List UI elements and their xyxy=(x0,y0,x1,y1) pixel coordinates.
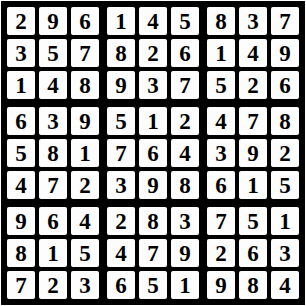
cell-r2c8: 4 xyxy=(239,39,267,67)
cell-r8c6: 9 xyxy=(171,239,199,267)
cell-r8c1: 8 xyxy=(7,239,35,267)
cell-r7c7: 7 xyxy=(207,207,235,235)
cell-r5c6: 4 xyxy=(171,139,199,167)
cell-r4c7: 4 xyxy=(207,107,235,135)
cell-r2c5: 2 xyxy=(139,39,167,67)
cell-r6c4: 3 xyxy=(107,171,135,199)
cell-r9c1: 7 xyxy=(7,271,35,299)
cell-r4c8: 7 xyxy=(239,107,267,135)
cell-r1c9: 7 xyxy=(271,7,299,35)
cell-r3c1: 1 xyxy=(7,71,35,99)
cell-r8c5: 7 xyxy=(139,239,167,267)
cell-r5c4: 7 xyxy=(107,139,135,167)
cell-r5c9: 2 xyxy=(271,139,299,167)
cell-r4c6: 2 xyxy=(171,107,199,135)
cell-r5c1: 5 xyxy=(7,139,35,167)
cell-r9c2: 2 xyxy=(39,271,67,299)
cell-r9c8: 8 xyxy=(239,271,267,299)
cell-r4c2: 3 xyxy=(39,107,67,135)
cell-r4c3: 9 xyxy=(71,107,99,135)
cell-r3c4: 9 xyxy=(107,71,135,99)
cell-r9c4: 6 xyxy=(107,271,135,299)
cell-r5c2: 8 xyxy=(39,139,67,167)
cell-r3c8: 2 xyxy=(239,71,267,99)
cell-r8c8: 6 xyxy=(239,239,267,267)
cell-r3c7: 5 xyxy=(207,71,235,99)
cell-r2c2: 5 xyxy=(39,39,67,67)
cell-r9c3: 3 xyxy=(71,271,99,299)
sudoku-board: 2961458373578261491489375266395124785817… xyxy=(0,0,306,306)
cell-r8c9: 3 xyxy=(271,239,299,267)
cell-r6c7: 6 xyxy=(207,171,235,199)
cell-r1c3: 6 xyxy=(71,7,99,35)
cell-r1c4: 1 xyxy=(107,7,135,35)
cell-r6c3: 2 xyxy=(71,171,99,199)
cell-r6c6: 8 xyxy=(171,171,199,199)
cell-r7c5: 8 xyxy=(139,207,167,235)
cell-r6c1: 4 xyxy=(7,171,35,199)
cell-r2c6: 6 xyxy=(171,39,199,67)
cell-r2c3: 7 xyxy=(71,39,99,67)
cell-r9c5: 5 xyxy=(139,271,167,299)
cell-r7c6: 3 xyxy=(171,207,199,235)
sudoku-grid: 2961458373578261491489375266395124785817… xyxy=(7,7,299,299)
cell-r6c8: 1 xyxy=(239,171,267,199)
cell-r7c1: 9 xyxy=(7,207,35,235)
cell-r6c9: 5 xyxy=(271,171,299,199)
cell-r5c3: 1 xyxy=(71,139,99,167)
cell-r3c5: 3 xyxy=(139,71,167,99)
cell-r8c3: 5 xyxy=(71,239,99,267)
cell-r1c2: 9 xyxy=(39,7,67,35)
cell-r1c7: 8 xyxy=(207,7,235,35)
cell-r1c6: 5 xyxy=(171,7,199,35)
cell-r7c4: 2 xyxy=(107,207,135,235)
cell-r9c9: 4 xyxy=(271,271,299,299)
cell-r5c8: 9 xyxy=(239,139,267,167)
cell-r2c1: 3 xyxy=(7,39,35,67)
cell-r2c7: 1 xyxy=(207,39,235,67)
cell-r2c9: 9 xyxy=(271,39,299,67)
cell-r3c9: 6 xyxy=(271,71,299,99)
cell-r4c5: 1 xyxy=(139,107,167,135)
cell-r7c3: 4 xyxy=(71,207,99,235)
cell-r9c7: 9 xyxy=(207,271,235,299)
cell-r1c5: 4 xyxy=(139,7,167,35)
cell-r4c4: 5 xyxy=(107,107,135,135)
cell-r6c2: 7 xyxy=(39,171,67,199)
cell-r6c5: 9 xyxy=(139,171,167,199)
cell-r1c8: 3 xyxy=(239,7,267,35)
cell-r9c6: 1 xyxy=(171,271,199,299)
cell-r3c2: 4 xyxy=(39,71,67,99)
cell-r3c3: 8 xyxy=(71,71,99,99)
cell-r1c1: 2 xyxy=(7,7,35,35)
cell-r8c7: 2 xyxy=(207,239,235,267)
cell-r3c6: 7 xyxy=(171,71,199,99)
cell-r7c9: 1 xyxy=(271,207,299,235)
cell-r7c2: 6 xyxy=(39,207,67,235)
cell-r4c1: 6 xyxy=(7,107,35,135)
cell-r2c4: 8 xyxy=(107,39,135,67)
cell-r7c8: 5 xyxy=(239,207,267,235)
cell-r5c7: 3 xyxy=(207,139,235,167)
cell-r8c4: 4 xyxy=(107,239,135,267)
cell-r8c2: 1 xyxy=(39,239,67,267)
cell-r5c5: 6 xyxy=(139,139,167,167)
cell-r4c9: 8 xyxy=(271,107,299,135)
